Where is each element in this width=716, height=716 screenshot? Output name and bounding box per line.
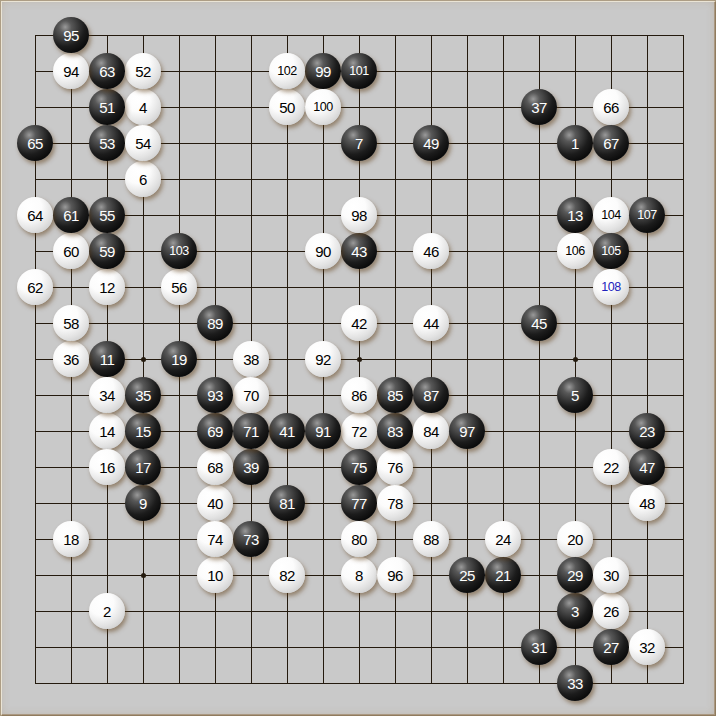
stone-move-80[interactable]: 80 <box>341 521 377 557</box>
grid-vline <box>683 35 684 684</box>
stone-move-76[interactable]: 76 <box>377 449 413 485</box>
stone-move-number: 74 <box>207 532 223 547</box>
stone-move-number: 80 <box>351 532 367 547</box>
stone-move-99[interactable]: 99 <box>305 53 341 89</box>
stone-move-number: 40 <box>207 496 223 511</box>
stone-move-number: 105 <box>601 245 620 258</box>
stone-move-number: 76 <box>387 460 403 475</box>
stone-move-number: 20 <box>567 532 583 547</box>
stone-move-number: 90 <box>315 244 331 259</box>
stone-move-31[interactable]: 31 <box>521 629 557 665</box>
stone-move-1[interactable]: 1 <box>557 125 593 161</box>
stone-move-number: 48 <box>639 496 655 511</box>
stone-move-3[interactable]: 3 <box>557 593 593 629</box>
star-point <box>357 357 362 362</box>
grid-vline <box>539 35 540 684</box>
stone-move-number: 8 <box>355 568 363 583</box>
stone-move-number: 95 <box>63 28 79 43</box>
stone-move-number: 18 <box>63 532 79 547</box>
stone-move-number: 39 <box>243 460 259 475</box>
stone-move-90[interactable]: 90 <box>305 233 341 269</box>
stone-move-number: 23 <box>639 424 655 439</box>
stone-move-number: 42 <box>351 316 367 331</box>
stone-move-20[interactable]: 20 <box>557 521 593 557</box>
stone-move-92[interactable]: 92 <box>305 341 341 377</box>
stone-move-number: 50 <box>279 100 295 115</box>
stone-move-52[interactable]: 52 <box>125 53 161 89</box>
stone-move-63[interactable]: 63 <box>89 53 125 89</box>
stone-move-21[interactable]: 21 <box>485 557 521 593</box>
stone-move-number: 85 <box>387 388 403 403</box>
stone-move-number: 103 <box>169 245 188 258</box>
stone-move-14[interactable]: 14 <box>89 413 125 449</box>
stone-move-26[interactable]: 26 <box>593 593 629 629</box>
stone-move-45[interactable]: 45 <box>521 305 557 341</box>
stone-move-number: 69 <box>207 424 223 439</box>
grid-vline <box>647 35 648 684</box>
stone-move-number: 83 <box>387 424 403 439</box>
stone-move-71[interactable]: 71 <box>233 413 269 449</box>
stone-move-72[interactable]: 72 <box>341 413 377 449</box>
stone-move-32[interactable]: 32 <box>629 629 665 665</box>
stone-move-number: 58 <box>63 316 79 331</box>
star-point <box>573 357 578 362</box>
stone-move-number: 65 <box>27 136 43 151</box>
stone-move-number: 15 <box>135 424 151 439</box>
stone-move-17[interactable]: 17 <box>125 449 161 485</box>
stone-move-number: 94 <box>63 64 79 79</box>
stone-move-number: 96 <box>387 568 403 583</box>
stone-move-number: 78 <box>387 496 403 511</box>
stone-move-58[interactable]: 58 <box>53 305 89 341</box>
stone-move-94[interactable]: 94 <box>53 53 89 89</box>
stone-move-number: 63 <box>99 64 115 79</box>
stone-move-number: 10 <box>207 568 223 583</box>
stone-move-91[interactable]: 91 <box>305 413 341 449</box>
stone-move-102[interactable]: 102 <box>269 53 305 89</box>
stone-move-number: 71 <box>243 424 259 439</box>
stone-move-number: 34 <box>99 388 115 403</box>
stone-move-number: 49 <box>423 136 439 151</box>
stone-move-6[interactable]: 6 <box>125 161 161 197</box>
stone-move-59[interactable]: 59 <box>89 233 125 269</box>
stone-move-86[interactable]: 86 <box>341 377 377 413</box>
stone-move-51[interactable]: 51 <box>89 89 125 125</box>
stone-move-23[interactable]: 23 <box>629 413 665 449</box>
stone-move-number: 68 <box>207 460 223 475</box>
stone-move-number: 53 <box>99 136 115 151</box>
stone-move-number: 31 <box>531 640 547 655</box>
stone-move-49[interactable]: 49 <box>413 125 449 161</box>
stone-move-29[interactable]: 29 <box>557 557 593 593</box>
stone-move-number: 14 <box>99 424 115 439</box>
stone-move-number: 30 <box>603 568 619 583</box>
stone-move-number: 27 <box>603 640 619 655</box>
stone-move-53[interactable]: 53 <box>89 125 125 161</box>
stone-move-number: 91 <box>315 424 331 439</box>
stone-move-number: 98 <box>351 208 367 223</box>
stone-move-number: 29 <box>567 568 583 583</box>
stone-move-number: 4 <box>139 100 147 115</box>
stone-move-7[interactable]: 7 <box>341 125 377 161</box>
stone-move-73[interactable]: 73 <box>233 521 269 557</box>
stone-move-number: 3 <box>571 604 579 619</box>
stone-move-104[interactable]: 104 <box>593 197 629 233</box>
stone-move-number: 41 <box>279 424 295 439</box>
stone-move-number: 108 <box>601 281 620 294</box>
stone-move-number: 99 <box>315 64 331 79</box>
stone-move-33[interactable]: 33 <box>557 665 593 701</box>
stone-move-108[interactable]: 108 <box>593 269 629 305</box>
stone-move-93[interactable]: 93 <box>197 377 233 413</box>
stone-move-number: 86 <box>351 388 367 403</box>
stone-move-number: 101 <box>349 65 368 78</box>
stone-move-60[interactable]: 60 <box>53 233 89 269</box>
stone-move-84[interactable]: 84 <box>413 413 449 449</box>
stone-move-12[interactable]: 12 <box>89 269 125 305</box>
stone-move-number: 64 <box>27 208 43 223</box>
stone-move-number: 45 <box>531 316 547 331</box>
go-board[interactable]: 1234567891011121314151617181920212223242… <box>0 0 716 716</box>
stone-move-88[interactable]: 88 <box>413 521 449 557</box>
stone-move-number: 93 <box>207 388 223 403</box>
stone-move-70[interactable]: 70 <box>233 377 269 413</box>
stone-move-number: 17 <box>135 460 151 475</box>
stone-move-27[interactable]: 27 <box>593 629 629 665</box>
stone-move-2[interactable]: 2 <box>89 593 125 629</box>
stone-move-107[interactable]: 107 <box>629 197 665 233</box>
stone-move-number: 72 <box>351 424 367 439</box>
stone-move-56[interactable]: 56 <box>161 269 197 305</box>
stone-move-number: 107 <box>637 209 656 222</box>
stone-move-61[interactable]: 61 <box>53 197 89 233</box>
stone-move-42[interactable]: 42 <box>341 305 377 341</box>
stone-move-47[interactable]: 47 <box>629 449 665 485</box>
stone-move-8[interactable]: 8 <box>341 557 377 593</box>
stone-move-11[interactable]: 11 <box>89 341 125 377</box>
stone-move-67[interactable]: 67 <box>593 125 629 161</box>
stone-move-number: 66 <box>603 100 619 115</box>
stone-move-41[interactable]: 41 <box>269 413 305 449</box>
stone-move-number: 1 <box>571 136 579 151</box>
stone-move-50[interactable]: 50 <box>269 89 305 125</box>
stone-move-16[interactable]: 16 <box>89 449 125 485</box>
stone-move-number: 44 <box>423 316 439 331</box>
stone-move-78[interactable]: 78 <box>377 485 413 521</box>
stone-move-13[interactable]: 13 <box>557 197 593 233</box>
stone-move-number: 55 <box>99 208 115 223</box>
stone-move-65[interactable]: 65 <box>17 125 53 161</box>
stone-move-36[interactable]: 36 <box>53 341 89 377</box>
stone-move-number: 9 <box>139 496 147 511</box>
stone-move-98[interactable]: 98 <box>341 197 377 233</box>
stone-move-22[interactable]: 22 <box>593 449 629 485</box>
stone-move-38[interactable]: 38 <box>233 341 269 377</box>
stone-move-number: 12 <box>99 280 115 295</box>
stone-move-number: 47 <box>639 460 655 475</box>
stone-move-69[interactable]: 69 <box>197 413 233 449</box>
stone-move-number: 104 <box>601 209 620 222</box>
stone-move-64[interactable]: 64 <box>17 197 53 233</box>
stone-move-number: 88 <box>423 532 439 547</box>
stone-move-number: 75 <box>351 460 367 475</box>
stone-move-35[interactable]: 35 <box>125 377 161 413</box>
stone-move-number: 59 <box>99 244 115 259</box>
stone-move-54[interactable]: 54 <box>125 125 161 161</box>
stone-move-number: 87 <box>423 388 439 403</box>
stone-move-number: 84 <box>423 424 439 439</box>
stone-move-number: 37 <box>531 100 547 115</box>
stone-move-106[interactable]: 106 <box>557 233 593 269</box>
stone-move-number: 26 <box>603 604 619 619</box>
stone-move-40[interactable]: 40 <box>197 485 233 521</box>
stone-move-68[interactable]: 68 <box>197 449 233 485</box>
stone-move-number: 51 <box>99 100 115 115</box>
stone-move-number: 61 <box>63 208 79 223</box>
stone-move-number: 46 <box>423 244 439 259</box>
stone-move-number: 32 <box>639 640 655 655</box>
stone-move-15[interactable]: 15 <box>125 413 161 449</box>
stone-move-number: 43 <box>351 244 367 259</box>
stone-move-number: 73 <box>243 532 259 547</box>
stone-move-number: 13 <box>567 208 583 223</box>
stone-move-number: 16 <box>99 460 115 475</box>
stone-move-74[interactable]: 74 <box>197 521 233 557</box>
stone-move-number: 6 <box>139 172 147 187</box>
stone-move-62[interactable]: 62 <box>17 269 53 305</box>
stone-move-87[interactable]: 87 <box>413 377 449 413</box>
stone-move-75[interactable]: 75 <box>341 449 377 485</box>
stone-move-number: 5 <box>571 388 579 403</box>
stone-move-81[interactable]: 81 <box>269 485 305 521</box>
stone-move-85[interactable]: 85 <box>377 377 413 413</box>
stone-move-number: 106 <box>565 245 584 258</box>
go-game-screenshot: 1234567891011121314151617181920212223242… <box>0 0 716 716</box>
stone-move-number: 92 <box>315 352 331 367</box>
stone-move-19[interactable]: 19 <box>161 341 197 377</box>
stone-move-55[interactable]: 55 <box>89 197 125 233</box>
stone-move-number: 38 <box>243 352 259 367</box>
stone-move-82[interactable]: 82 <box>269 557 305 593</box>
stone-move-number: 7 <box>355 136 363 151</box>
stone-move-number: 22 <box>603 460 619 475</box>
stone-move-101[interactable]: 101 <box>341 53 377 89</box>
stone-move-number: 82 <box>279 568 295 583</box>
stone-move-number: 70 <box>243 388 259 403</box>
stone-move-96[interactable]: 96 <box>377 557 413 593</box>
stone-move-number: 97 <box>459 424 475 439</box>
stone-move-43[interactable]: 43 <box>341 233 377 269</box>
stone-move-number: 102 <box>277 65 296 78</box>
stone-move-100[interactable]: 100 <box>305 89 341 125</box>
stone-move-39[interactable]: 39 <box>233 449 269 485</box>
stone-move-30[interactable]: 30 <box>593 557 629 593</box>
stone-move-number: 11 <box>100 352 115 367</box>
stone-move-5[interactable]: 5 <box>557 377 593 413</box>
grid-hline <box>35 647 684 648</box>
stone-move-77[interactable]: 77 <box>341 485 377 521</box>
stone-move-number: 77 <box>351 496 367 511</box>
stone-move-10[interactable]: 10 <box>197 557 233 593</box>
stone-move-105[interactable]: 105 <box>593 233 629 269</box>
stone-move-number: 54 <box>135 136 151 151</box>
stone-move-number: 62 <box>27 280 43 295</box>
stone-move-37[interactable]: 37 <box>521 89 557 125</box>
stone-move-44[interactable]: 44 <box>413 305 449 341</box>
stone-move-89[interactable]: 89 <box>197 305 233 341</box>
stone-move-number: 60 <box>63 244 79 259</box>
stone-move-number: 52 <box>135 64 151 79</box>
stone-move-number: 89 <box>207 316 223 331</box>
stone-move-46[interactable]: 46 <box>413 233 449 269</box>
stone-move-number: 56 <box>171 280 187 295</box>
stone-move-34[interactable]: 34 <box>89 377 125 413</box>
stone-move-103[interactable]: 103 <box>161 233 197 269</box>
stone-move-25[interactable]: 25 <box>449 557 485 593</box>
stone-move-48[interactable]: 48 <box>629 485 665 521</box>
stone-move-number: 24 <box>495 532 511 547</box>
stone-move-number: 19 <box>171 352 187 367</box>
star-point <box>141 573 146 578</box>
stone-move-number: 100 <box>313 101 332 114</box>
stone-move-95[interactable]: 95 <box>53 17 89 53</box>
stone-move-9[interactable]: 9 <box>125 485 161 521</box>
star-point <box>141 357 146 362</box>
stone-move-number: 33 <box>567 676 583 691</box>
stone-move-97[interactable]: 97 <box>449 413 485 449</box>
stone-move-number: 67 <box>603 136 619 151</box>
stone-move-4[interactable]: 4 <box>125 89 161 125</box>
stone-move-number: 35 <box>135 388 151 403</box>
stone-move-24[interactable]: 24 <box>485 521 521 557</box>
stone-move-number: 36 <box>63 352 79 367</box>
stone-move-66[interactable]: 66 <box>593 89 629 125</box>
stone-move-83[interactable]: 83 <box>377 413 413 449</box>
stone-move-number: 2 <box>103 604 111 619</box>
stone-move-number: 25 <box>459 568 475 583</box>
stone-move-number: 21 <box>495 568 511 583</box>
stone-move-18[interactable]: 18 <box>53 521 89 557</box>
stone-move-number: 81 <box>279 496 295 511</box>
